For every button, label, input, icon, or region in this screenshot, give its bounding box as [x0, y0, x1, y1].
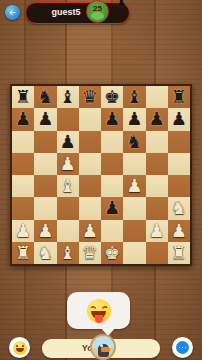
square-a6[interactable] — [12, 131, 34, 153]
black-pawn: ♟ — [15, 110, 31, 128]
square-b2[interactable]: ♟ — [34, 220, 56, 242]
square-h4[interactable] — [168, 175, 190, 197]
chat-bubble-dots-icon — [176, 341, 189, 354]
square-f3[interactable] — [123, 197, 145, 219]
black-pawn-icon: ♟ — [116, 0, 127, 8]
square-c2[interactable] — [57, 220, 79, 242]
square-h6[interactable] — [168, 131, 190, 153]
square-e4[interactable] — [101, 175, 123, 197]
square-g4[interactable] — [146, 175, 168, 197]
white-pawn: ♟ — [171, 222, 187, 240]
square-d2[interactable]: ♟ — [79, 220, 101, 242]
square-d5[interactable] — [79, 153, 101, 175]
square-e2[interactable] — [101, 220, 123, 242]
square-d1[interactable]: ♛ — [79, 242, 101, 264]
square-b5[interactable] — [34, 153, 56, 175]
square-e8[interactable]: ♚ — [101, 86, 123, 108]
black-pawn: ♟ — [171, 110, 187, 128]
grinning-emoji-icon — [13, 341, 27, 355]
square-b1[interactable]: ♞ — [34, 242, 56, 264]
white-pawn: ♟ — [60, 155, 76, 173]
avatar-shine — [91, 12, 104, 20]
square-a5[interactable] — [12, 153, 34, 175]
you-avatar — [90, 334, 116, 360]
square-b4[interactable] — [34, 175, 56, 197]
square-g1[interactable] — [146, 242, 168, 264]
black-bishop: ♝ — [60, 88, 76, 106]
emoji-picker-button[interactable] — [9, 337, 30, 358]
square-g8[interactable] — [146, 86, 168, 108]
black-king: ♚ — [104, 88, 120, 106]
square-c4[interactable]: ♝ — [57, 175, 79, 197]
chat-button[interactable] — [172, 337, 193, 358]
square-b6[interactable] — [34, 131, 56, 153]
left-arrow-icon — [8, 8, 17, 17]
square-f8[interactable]: ♝ — [123, 86, 145, 108]
square-h2[interactable]: ♟ — [168, 220, 190, 242]
square-c3[interactable] — [57, 197, 79, 219]
chat-dots — [182, 347, 184, 349]
square-c1[interactable]: ♝ — [57, 242, 79, 264]
black-pawn: ♟ — [37, 110, 53, 128]
square-b8[interactable]: ♞ — [34, 86, 56, 108]
emoji-mouth — [16, 348, 24, 352]
avatar-character-beak — [101, 347, 110, 352]
square-d6[interactable] — [79, 131, 101, 153]
emoji-tongue — [95, 315, 103, 323]
white-rook: ♜ — [171, 244, 187, 262]
square-e7[interactable]: ♟ — [101, 108, 123, 130]
black-pawn: ♟ — [126, 110, 142, 128]
white-bishop: ♝ — [60, 177, 76, 195]
opponent-avatar-timer: 25 — [86, 0, 109, 23]
square-g6[interactable] — [146, 131, 168, 153]
black-pawn: ♟ — [104, 199, 120, 217]
app-canvas: guest5 25 ♟ ♜♞♝♛♚♝♜♟♟♟♟♟♟♟♞♟♝♟♟♞♟♟♟♟♟♜♞♝… — [0, 0, 202, 360]
square-g5[interactable] — [146, 153, 168, 175]
square-d7[interactable] — [79, 108, 101, 130]
square-e5[interactable] — [101, 153, 123, 175]
white-king: ♚ — [104, 244, 120, 262]
black-pawn: ♟ — [104, 110, 120, 128]
square-d3[interactable] — [79, 197, 101, 219]
square-b3[interactable] — [34, 197, 56, 219]
square-d8[interactable]: ♛ — [79, 86, 101, 108]
square-c5[interactable]: ♟ — [57, 153, 79, 175]
square-a4[interactable] — [12, 175, 34, 197]
emoji-eye — [16, 345, 18, 348]
square-f1[interactable] — [123, 242, 145, 264]
white-pawn: ♟ — [82, 222, 98, 240]
square-e1[interactable]: ♚ — [101, 242, 123, 264]
square-h3[interactable]: ♞ — [168, 197, 190, 219]
black-queen: ♛ — [82, 88, 98, 106]
black-knight: ♞ — [126, 133, 142, 151]
square-f6[interactable]: ♞ — [123, 131, 145, 153]
white-knight: ♞ — [171, 199, 187, 217]
white-bishop: ♝ — [60, 244, 76, 262]
square-a3[interactable] — [12, 197, 34, 219]
square-h1[interactable]: ♜ — [168, 242, 190, 264]
square-b7[interactable]: ♟ — [34, 108, 56, 130]
square-e3[interactable]: ♟ — [101, 197, 123, 219]
square-c7[interactable] — [57, 108, 79, 130]
opponent-plate: guest5 — [25, 2, 130, 24]
black-rook: ♜ — [15, 88, 31, 106]
white-pawn: ♟ — [149, 222, 165, 240]
square-f5[interactable] — [123, 153, 145, 175]
square-f7[interactable]: ♟ — [123, 108, 145, 130]
black-pawn: ♟ — [149, 110, 165, 128]
white-pawn: ♟ — [15, 222, 31, 240]
square-f2[interactable] — [123, 220, 145, 242]
opponent-timer-value: 25 — [87, 4, 108, 13]
chess-board: ♜♞♝♛♚♝♜♟♟♟♟♟♟♟♞♟♝♟♟♞♟♟♟♟♟♜♞♝♛♚♜ — [10, 84, 192, 266]
square-a1[interactable]: ♜ — [12, 242, 34, 264]
square-d4[interactable] — [79, 175, 101, 197]
white-pawn: ♟ — [37, 222, 53, 240]
square-h7[interactable]: ♟ — [168, 108, 190, 130]
tongue-out-laughing-emoji — [87, 299, 111, 323]
white-knight: ♞ — [37, 244, 53, 262]
white-rook: ♜ — [15, 244, 31, 262]
square-h8[interactable]: ♜ — [168, 86, 190, 108]
square-a8[interactable]: ♜ — [12, 86, 34, 108]
square-g2[interactable]: ♟ — [146, 220, 168, 242]
white-pawn: ♟ — [126, 177, 142, 195]
square-c8[interactable]: ♝ — [57, 86, 79, 108]
chat-message-bubble — [67, 292, 130, 329]
black-rook: ♜ — [171, 88, 187, 106]
square-a2[interactable]: ♟ — [12, 220, 34, 242]
black-knight: ♞ — [37, 88, 53, 106]
square-f4[interactable]: ♟ — [123, 175, 145, 197]
square-h5[interactable] — [168, 153, 190, 175]
white-queen: ♛ — [82, 244, 98, 262]
square-g3[interactable] — [146, 197, 168, 219]
square-e6[interactable] — [101, 131, 123, 153]
square-a7[interactable]: ♟ — [12, 108, 34, 130]
emoji-eye — [22, 345, 24, 348]
black-bishop: ♝ — [126, 88, 142, 106]
square-c6[interactable]: ♟ — [57, 131, 79, 153]
black-pawn: ♟ — [60, 133, 76, 151]
square-g7[interactable]: ♟ — [146, 108, 168, 130]
back-button[interactable] — [5, 5, 20, 20]
